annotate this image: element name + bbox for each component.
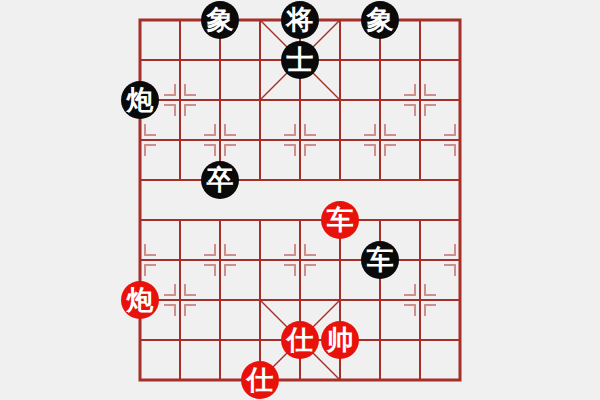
black-elephant[interactable]: 象 [361,1,399,39]
red-cannon[interactable]: 炮 [121,281,159,319]
red-chariot[interactable]: 车 [321,201,359,239]
black-general[interactable]: 将 [281,1,319,39]
black-elephant[interactable]: 象 [201,1,239,39]
xiangqi-app: 象将象士炮卒车车炮仕帅仕 [0,0,600,400]
red-advisor[interactable]: 仕 [281,321,319,359]
black-cannon[interactable]: 炮 [121,81,159,119]
xiangqi-board: 象将象士炮卒车车炮仕帅仕 [0,0,600,400]
black-chariot[interactable]: 车 [361,241,399,279]
red-general[interactable]: 帅 [321,321,359,359]
black-soldier[interactable]: 卒 [201,161,239,199]
black-advisor[interactable]: 士 [281,41,319,79]
piece-layer: 象将象士炮卒车车炮仕帅仕 [120,0,480,400]
red-advisor[interactable]: 仕 [241,361,279,399]
